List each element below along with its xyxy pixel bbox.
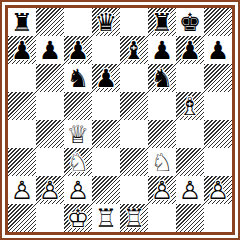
piece-white-knight-c3[interactable]: ♞♘ bbox=[64, 148, 92, 176]
square-d4[interactable] bbox=[92, 120, 120, 148]
piece-glyph: ♝ bbox=[120, 36, 148, 64]
square-a7[interactable]: ♟♟ bbox=[8, 36, 36, 64]
square-g7[interactable]: ♟♟ bbox=[176, 36, 204, 64]
piece-white-king-c1[interactable]: ♚♔ bbox=[64, 204, 92, 232]
square-c3[interactable]: ♞♘ bbox=[64, 148, 92, 176]
piece-glyph: ♖ bbox=[92, 204, 120, 232]
square-b5[interactable] bbox=[36, 92, 64, 120]
piece-white-knight-f3[interactable]: ♞♘ bbox=[148, 148, 176, 176]
square-h1[interactable] bbox=[204, 204, 232, 232]
square-e1[interactable]: ♜♖ bbox=[120, 204, 148, 232]
piece-silhouette: ♟ bbox=[36, 176, 64, 204]
piece-glyph: ♟ bbox=[176, 36, 204, 64]
square-h7[interactable]: ♟♟ bbox=[204, 36, 232, 64]
piece-silhouette: ♞ bbox=[148, 148, 176, 176]
piece-black-pawn-d6[interactable]: ♟♟ bbox=[92, 64, 120, 92]
piece-black-bishop-e7[interactable]: ♝♝ bbox=[120, 36, 148, 64]
square-b2[interactable]: ♟♙ bbox=[36, 176, 64, 204]
piece-black-king-g8[interactable]: ♚♚ bbox=[176, 8, 204, 36]
piece-glyph: ♘ bbox=[64, 148, 92, 176]
piece-glyph: ♟ bbox=[148, 36, 176, 64]
piece-silhouette: ♟ bbox=[204, 36, 232, 64]
piece-silhouette: ♟ bbox=[204, 176, 232, 204]
square-d6[interactable]: ♟♟ bbox=[92, 64, 120, 92]
square-a8[interactable]: ♜♜ bbox=[8, 8, 36, 36]
piece-silhouette: ♜ bbox=[148, 8, 176, 36]
square-a2[interactable]: ♟♙ bbox=[8, 176, 36, 204]
square-d8[interactable]: ♛♛ bbox=[92, 8, 120, 36]
square-g4[interactable] bbox=[176, 120, 204, 148]
piece-white-pawn-h2[interactable]: ♟♙ bbox=[204, 176, 232, 204]
piece-silhouette: ♛ bbox=[64, 120, 92, 148]
square-d7[interactable] bbox=[92, 36, 120, 64]
piece-white-pawn-b2[interactable]: ♟♙ bbox=[36, 176, 64, 204]
square-e5[interactable] bbox=[120, 92, 148, 120]
square-b3[interactable] bbox=[36, 148, 64, 176]
piece-white-pawn-c2[interactable]: ♟♙ bbox=[64, 176, 92, 204]
piece-glyph: ♘ bbox=[148, 148, 176, 176]
piece-white-queen-c4[interactable]: ♛♕ bbox=[64, 120, 92, 148]
square-h4[interactable] bbox=[204, 120, 232, 148]
square-c7[interactable]: ♟♟ bbox=[64, 36, 92, 64]
piece-silhouette: ♚ bbox=[176, 8, 204, 36]
piece-black-rook-a8[interactable]: ♜♜ bbox=[8, 8, 36, 36]
piece-glyph: ♙ bbox=[8, 176, 36, 204]
square-c4[interactable]: ♛♕ bbox=[64, 120, 92, 148]
square-g8[interactable]: ♚♚ bbox=[176, 8, 204, 36]
square-f7[interactable]: ♟♟ bbox=[148, 36, 176, 64]
square-g1[interactable] bbox=[176, 204, 204, 232]
piece-silhouette: ♜ bbox=[8, 8, 36, 36]
square-h8[interactable] bbox=[204, 8, 232, 36]
square-b8[interactable] bbox=[36, 8, 64, 36]
piece-silhouette: ♟ bbox=[8, 36, 36, 64]
square-b1[interactable] bbox=[36, 204, 64, 232]
piece-glyph: ♟ bbox=[64, 36, 92, 64]
piece-glyph: ♚ bbox=[176, 8, 204, 36]
piece-black-pawn-h7[interactable]: ♟♟ bbox=[204, 36, 232, 64]
piece-black-rook-f8[interactable]: ♜♜ bbox=[148, 8, 176, 36]
piece-glyph: ♟ bbox=[8, 36, 36, 64]
piece-glyph: ♕ bbox=[64, 120, 92, 148]
square-e3[interactable] bbox=[120, 148, 148, 176]
piece-silhouette: ♟ bbox=[64, 176, 92, 204]
square-c2[interactable]: ♟♙ bbox=[64, 176, 92, 204]
square-e6[interactable] bbox=[120, 64, 148, 92]
piece-glyph: ♞ bbox=[64, 64, 92, 92]
piece-glyph: ♞ bbox=[148, 64, 176, 92]
piece-glyph: ♔ bbox=[64, 204, 92, 232]
piece-silhouette: ♟ bbox=[148, 36, 176, 64]
square-c6[interactable]: ♞♞ bbox=[64, 64, 92, 92]
square-f8[interactable]: ♜♜ bbox=[148, 8, 176, 36]
piece-black-pawn-f7[interactable]: ♟♟ bbox=[148, 36, 176, 64]
piece-glyph: ♜ bbox=[8, 8, 36, 36]
piece-silhouette: ♟ bbox=[64, 36, 92, 64]
square-c1[interactable]: ♚♔ bbox=[64, 204, 92, 232]
square-b4[interactable] bbox=[36, 120, 64, 148]
square-a4[interactable] bbox=[8, 120, 36, 148]
piece-white-pawn-g2[interactable]: ♟♙ bbox=[176, 176, 204, 204]
square-d5[interactable] bbox=[92, 92, 120, 120]
square-g6[interactable] bbox=[176, 64, 204, 92]
square-d3[interactable] bbox=[92, 148, 120, 176]
square-f5[interactable] bbox=[148, 92, 176, 120]
piece-silhouette: ♟ bbox=[36, 36, 64, 64]
piece-glyph: ♟ bbox=[204, 36, 232, 64]
piece-silhouette: ♞ bbox=[148, 64, 176, 92]
piece-silhouette: ♟ bbox=[8, 176, 36, 204]
piece-white-bishop-g5[interactable]: ♝♗ bbox=[176, 92, 204, 120]
chess-board: ♜♜♛♛♜♜♚♚♟♟♟♟♟♟♝♝♟♟♟♟♟♟♞♞♟♟♞♞♝♗♛♕♞♘♞♘♟♙♟♙… bbox=[8, 8, 232, 232]
piece-glyph: ♙ bbox=[204, 176, 232, 204]
square-d1[interactable]: ♜♖ bbox=[92, 204, 120, 232]
square-a5[interactable] bbox=[8, 92, 36, 120]
piece-silhouette: ♟ bbox=[148, 176, 176, 204]
piece-silhouette: ♟ bbox=[176, 176, 204, 204]
square-e2[interactable] bbox=[120, 176, 148, 204]
square-a1[interactable] bbox=[8, 204, 36, 232]
piece-glyph: ♖ bbox=[120, 204, 148, 232]
piece-silhouette: ♚ bbox=[64, 204, 92, 232]
square-f6[interactable]: ♞♞ bbox=[148, 64, 176, 92]
square-a6[interactable] bbox=[8, 64, 36, 92]
square-e8[interactable] bbox=[120, 8, 148, 36]
piece-glyph: ♜ bbox=[148, 8, 176, 36]
square-b7[interactable]: ♟♟ bbox=[36, 36, 64, 64]
piece-silhouette: ♟ bbox=[176, 36, 204, 64]
square-b6[interactable] bbox=[36, 64, 64, 92]
square-a3[interactable] bbox=[8, 148, 36, 176]
piece-silhouette: ♛ bbox=[92, 8, 120, 36]
piece-black-pawn-a7[interactable]: ♟♟ bbox=[8, 36, 36, 64]
piece-silhouette: ♜ bbox=[92, 204, 120, 232]
square-e4[interactable] bbox=[120, 120, 148, 148]
square-c8[interactable] bbox=[64, 8, 92, 36]
square-g5[interactable]: ♝♗ bbox=[176, 92, 204, 120]
piece-glyph: ♟ bbox=[36, 36, 64, 64]
piece-black-pawn-g7[interactable]: ♟♟ bbox=[176, 36, 204, 64]
board-inner-frame: ♜♜♛♛♜♜♚♚♟♟♟♟♟♟♝♝♟♟♟♟♟♟♞♞♟♟♞♞♝♗♛♕♞♘♞♘♟♙♟♙… bbox=[5, 5, 235, 235]
piece-white-rook-e1[interactable]: ♜♖ bbox=[120, 204, 148, 232]
piece-silhouette: ♟ bbox=[92, 64, 120, 92]
piece-black-knight-f6[interactable]: ♞♞ bbox=[148, 64, 176, 92]
piece-white-rook-d1[interactable]: ♜♖ bbox=[92, 204, 120, 232]
piece-glyph: ♟ bbox=[92, 64, 120, 92]
piece-silhouette: ♝ bbox=[120, 36, 148, 64]
board-frame: ♜♜♛♛♜♜♚♚♟♟♟♟♟♟♝♝♟♟♟♟♟♟♞♞♟♟♞♞♝♗♛♕♞♘♞♘♟♙♟♙… bbox=[0, 0, 240, 240]
piece-silhouette: ♞ bbox=[64, 64, 92, 92]
piece-silhouette: ♞ bbox=[64, 148, 92, 176]
piece-glyph: ♙ bbox=[176, 176, 204, 204]
piece-black-pawn-c7[interactable]: ♟♟ bbox=[64, 36, 92, 64]
piece-glyph: ♙ bbox=[64, 176, 92, 204]
square-e7[interactable]: ♝♝ bbox=[120, 36, 148, 64]
piece-glyph: ♛ bbox=[92, 8, 120, 36]
piece-white-pawn-a2[interactable]: ♟♙ bbox=[8, 176, 36, 204]
square-h3[interactable] bbox=[204, 148, 232, 176]
piece-black-queen-d8[interactable]: ♛♛ bbox=[92, 8, 120, 36]
square-g2[interactable]: ♟♙ bbox=[176, 176, 204, 204]
square-c5[interactable] bbox=[64, 92, 92, 120]
piece-white-pawn-f2[interactable]: ♟♙ bbox=[148, 176, 176, 204]
piece-glyph: ♗ bbox=[176, 92, 204, 120]
piece-glyph: ♙ bbox=[36, 176, 64, 204]
square-h6[interactable] bbox=[204, 64, 232, 92]
square-f3[interactable]: ♞♘ bbox=[148, 148, 176, 176]
piece-glyph: ♙ bbox=[148, 176, 176, 204]
piece-black-pawn-b7[interactable]: ♟♟ bbox=[36, 36, 64, 64]
square-g3[interactable] bbox=[176, 148, 204, 176]
piece-black-knight-c6[interactable]: ♞♞ bbox=[64, 64, 92, 92]
piece-silhouette: ♜ bbox=[120, 204, 148, 232]
square-f2[interactable]: ♟♙ bbox=[148, 176, 176, 204]
square-f1[interactable] bbox=[148, 204, 176, 232]
square-d2[interactable] bbox=[92, 176, 120, 204]
square-h5[interactable] bbox=[204, 92, 232, 120]
piece-silhouette: ♝ bbox=[176, 92, 204, 120]
square-h2[interactable]: ♟♙ bbox=[204, 176, 232, 204]
square-f4[interactable] bbox=[148, 120, 176, 148]
